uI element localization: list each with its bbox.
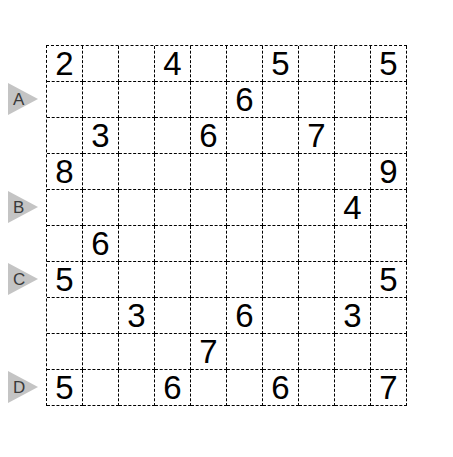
cell-r2c3[interactable] <box>119 82 155 118</box>
cell-r3c2[interactable]: 3 <box>83 118 119 154</box>
cell-r10c5[interactable] <box>191 370 227 406</box>
cell-r4c9[interactable] <box>335 154 371 190</box>
cell-r10c2[interactable] <box>83 370 119 406</box>
cell-r4c3[interactable] <box>119 154 155 190</box>
cell-r5c7[interactable] <box>263 190 299 226</box>
cell-r9c10[interactable] <box>371 334 407 370</box>
cell-r4c10[interactable]: 9 <box>371 154 407 190</box>
cell-r7c10[interactable]: 5 <box>371 262 407 298</box>
cell-r8c2[interactable] <box>83 298 119 334</box>
cell-r9c7[interactable] <box>263 334 299 370</box>
answer-arrow-label: D <box>13 379 25 396</box>
cell-r5c8[interactable] <box>299 190 335 226</box>
cell-r5c9[interactable]: 4 <box>335 190 371 226</box>
cell-r6c4[interactable] <box>155 226 191 262</box>
cell-r4c6[interactable] <box>227 154 263 190</box>
cell-r8c9[interactable]: 3 <box>335 298 371 334</box>
cell-r6c9[interactable] <box>335 226 371 262</box>
cell-r4c2[interactable] <box>83 154 119 190</box>
cell-r2c1[interactable] <box>47 82 83 118</box>
cell-r6c8[interactable] <box>299 226 335 262</box>
cell-r10c7[interactable]: 6 <box>263 370 299 406</box>
cell-r10c9[interactable] <box>335 370 371 406</box>
cell-r5c5[interactable] <box>191 190 227 226</box>
cell-r1c7[interactable]: 5 <box>263 46 299 82</box>
cell-r2c2[interactable] <box>83 82 119 118</box>
cell-r9c5[interactable]: 7 <box>191 334 227 370</box>
cell-r10c10[interactable]: 7 <box>371 370 407 406</box>
cell-r10c8[interactable] <box>299 370 335 406</box>
cell-r8c3[interactable]: 3 <box>119 298 155 334</box>
answer-arrow-label: C <box>13 271 25 288</box>
cell-r8c8[interactable] <box>299 298 335 334</box>
cell-r9c1[interactable] <box>47 334 83 370</box>
cell-r3c5[interactable]: 6 <box>191 118 227 154</box>
cell-r9c6[interactable] <box>227 334 263 370</box>
answer-arrow-A: A <box>8 83 38 115</box>
answer-arrow-label: A <box>13 91 24 108</box>
cell-r7c4[interactable] <box>155 262 191 298</box>
cell-r3c4[interactable] <box>155 118 191 154</box>
cell-r3c1[interactable] <box>47 118 83 154</box>
cell-r6c1[interactable] <box>47 226 83 262</box>
cell-r10c4[interactable]: 6 <box>155 370 191 406</box>
cell-r7c3[interactable] <box>119 262 155 298</box>
cell-r4c7[interactable] <box>263 154 299 190</box>
cell-r5c4[interactable] <box>155 190 191 226</box>
cell-r2c9[interactable] <box>335 82 371 118</box>
cell-r1c8[interactable] <box>299 46 335 82</box>
cell-r4c1[interactable]: 8 <box>47 154 83 190</box>
cell-r6c6[interactable] <box>227 226 263 262</box>
cell-r5c10[interactable] <box>371 190 407 226</box>
cell-r5c6[interactable] <box>227 190 263 226</box>
cell-r6c7[interactable] <box>263 226 299 262</box>
cell-r9c3[interactable] <box>119 334 155 370</box>
cell-r1c6[interactable] <box>227 46 263 82</box>
cell-r1c2[interactable] <box>83 46 119 82</box>
cell-r5c3[interactable] <box>119 190 155 226</box>
cell-r1c1[interactable]: 2 <box>47 46 83 82</box>
cell-r1c9[interactable] <box>335 46 371 82</box>
answer-arrow-C: C <box>8 263 38 295</box>
cell-r4c5[interactable] <box>191 154 227 190</box>
cell-r7c2[interactable] <box>83 262 119 298</box>
cell-r2c8[interactable] <box>299 82 335 118</box>
cell-r10c6[interactable] <box>227 370 263 406</box>
fillomino-grid: 2455636789465536375667 <box>46 45 407 406</box>
cell-r7c1[interactable]: 5 <box>47 262 83 298</box>
cell-r7c9[interactable] <box>335 262 371 298</box>
cell-r4c4[interactable] <box>155 154 191 190</box>
cell-r6c5[interactable] <box>191 226 227 262</box>
cell-r1c5[interactable] <box>191 46 227 82</box>
cell-r9c4[interactable] <box>155 334 191 370</box>
cell-r3c6[interactable] <box>227 118 263 154</box>
puzzle-page: 2455636789465536375667 ABCD <box>0 0 453 457</box>
cell-r1c3[interactable] <box>119 46 155 82</box>
cell-r6c10[interactable] <box>371 226 407 262</box>
cell-r1c4[interactable]: 4 <box>155 46 191 82</box>
cell-r3c3[interactable] <box>119 118 155 154</box>
cell-r5c1[interactable] <box>47 190 83 226</box>
cell-r4c8[interactable] <box>299 154 335 190</box>
cell-r2c4[interactable] <box>155 82 191 118</box>
cell-r8c6[interactable]: 6 <box>227 298 263 334</box>
cell-r8c10[interactable] <box>371 298 407 334</box>
cell-r2c5[interactable] <box>191 82 227 118</box>
cell-r10c1[interactable]: 5 <box>47 370 83 406</box>
cell-r10c3[interactable] <box>119 370 155 406</box>
cell-r9c8[interactable] <box>299 334 335 370</box>
cell-r8c5[interactable] <box>191 298 227 334</box>
cell-r2c10[interactable] <box>371 82 407 118</box>
cell-r3c7[interactable] <box>263 118 299 154</box>
cell-r7c7[interactable] <box>263 262 299 298</box>
answer-arrow-D: D <box>8 371 38 403</box>
cell-r8c4[interactable] <box>155 298 191 334</box>
cell-r7c6[interactable] <box>227 262 263 298</box>
answer-arrow-label: B <box>13 199 24 216</box>
cell-r5c2[interactable] <box>83 190 119 226</box>
cell-r8c1[interactable] <box>47 298 83 334</box>
cell-r3c8[interactable]: 7 <box>299 118 335 154</box>
cell-r3c9[interactable] <box>335 118 371 154</box>
cell-r9c9[interactable] <box>335 334 371 370</box>
cell-r7c8[interactable] <box>299 262 335 298</box>
cell-r9c2[interactable] <box>83 334 119 370</box>
cell-r1c10[interactable]: 5 <box>371 46 407 82</box>
cell-r2c6[interactable]: 6 <box>227 82 263 118</box>
cell-r3c10[interactable] <box>371 118 407 154</box>
cell-r7c5[interactable] <box>191 262 227 298</box>
answer-arrow-B: B <box>8 191 38 223</box>
cell-r6c2[interactable]: 6 <box>83 226 119 262</box>
cell-r8c7[interactable] <box>263 298 299 334</box>
cell-r6c3[interactable] <box>119 226 155 262</box>
cell-r2c7[interactable] <box>263 82 299 118</box>
